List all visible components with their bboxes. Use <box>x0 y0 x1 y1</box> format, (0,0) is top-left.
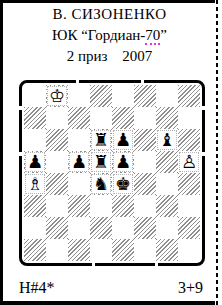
square-d4: ♞ <box>90 173 112 195</box>
frame-notch <box>19 106 22 110</box>
frame-notch <box>202 106 205 110</box>
square-c4 <box>68 173 90 195</box>
black-rook: ♜ <box>91 130 111 150</box>
stipulation-label: H#4* <box>19 279 55 297</box>
square-h5: ♙ <box>178 151 200 173</box>
frame-notch <box>155 263 158 266</box>
square-e2 <box>112 217 134 239</box>
square-d3 <box>90 195 112 217</box>
square-b4 <box>46 173 68 195</box>
square-h7 <box>178 107 200 129</box>
black-king: ♚ <box>113 174 133 194</box>
material-count: 3+9 <box>178 279 203 297</box>
square-f6 <box>134 129 156 151</box>
square-g4 <box>156 173 178 195</box>
square-c2 <box>68 217 90 239</box>
square-g3 <box>156 195 178 217</box>
square-d7 <box>90 107 112 129</box>
square-f2 <box>134 217 156 239</box>
square-a1 <box>24 239 46 261</box>
white-pawn: ♙ <box>179 152 199 172</box>
square-d2 <box>90 217 112 239</box>
square-a4: ♗ <box>24 173 46 195</box>
chess-board-grid: ♔♜♟♝♟♟♜♟♙♗♞♚ <box>24 85 200 261</box>
square-f1 <box>134 239 156 261</box>
square-g6: ♝ <box>156 129 178 151</box>
square-a7 <box>24 107 46 129</box>
author-name: В. СИЗОНЕНКО <box>3 5 216 23</box>
square-a8 <box>24 85 46 107</box>
page-border-left <box>0 0 3 305</box>
square-e6: ♟ <box>112 129 134 151</box>
square-h1 <box>178 239 200 261</box>
square-f5 <box>134 151 156 173</box>
prize-year-line: 2 приз 2007 <box>3 47 216 65</box>
spellcheck-underlined-text: 70 <box>145 27 160 45</box>
square-e8 <box>112 85 134 107</box>
square-e4: ♚ <box>112 173 134 195</box>
black-pawn: ♟ <box>25 152 45 172</box>
square-d6: ♜ <box>90 129 112 151</box>
frame-notch <box>202 152 205 156</box>
frame-notch <box>19 152 22 156</box>
square-e1 <box>112 239 134 261</box>
square-g2 <box>156 217 178 239</box>
square-h8 <box>178 85 200 107</box>
square-c5: ♟ <box>68 151 90 173</box>
chess-board: ♔♜♟♝♟♟♜♟♙♗♞♚ <box>19 80 205 266</box>
square-g1 <box>156 239 178 261</box>
square-b7 <box>46 107 68 129</box>
square-h3 <box>178 195 200 217</box>
square-c8 <box>68 85 90 107</box>
black-pawn: ♟ <box>113 130 133 150</box>
square-e3 <box>112 195 134 217</box>
square-g8 <box>156 85 178 107</box>
square-f4 <box>134 173 156 195</box>
white-bishop: ♗ <box>25 174 45 194</box>
frame-notch <box>76 80 79 83</box>
square-b3 <box>46 195 68 217</box>
square-a6 <box>24 129 46 151</box>
square-h2 <box>178 217 200 239</box>
square-a3 <box>24 195 46 217</box>
square-e7 <box>112 107 134 129</box>
square-g5 <box>156 151 178 173</box>
square-h6 <box>178 129 200 151</box>
problem-page: В. СИЗОНЕНКО ЮК “Гордиан-70” 2 приз 2007… <box>0 0 222 305</box>
caption-row: H#4* 3+9 <box>19 279 203 297</box>
square-b8: ♔ <box>46 85 68 107</box>
page-border-bottom <box>0 301 215 305</box>
square-a2 <box>24 217 46 239</box>
square-d1 <box>90 239 112 261</box>
square-b2 <box>46 217 68 239</box>
square-c7 <box>68 107 90 129</box>
page-border-top <box>0 0 215 3</box>
black-bishop: ♝ <box>157 130 177 150</box>
frame-notch <box>141 80 144 83</box>
tourney-close-quote: ” <box>160 27 167 43</box>
square-f8 <box>134 85 156 107</box>
square-c6 <box>68 129 90 151</box>
black-knight: ♞ <box>91 174 111 194</box>
square-f3 <box>134 195 156 217</box>
square-d5: ♜ <box>90 151 112 173</box>
square-b5 <box>46 151 68 173</box>
square-a5: ♟ <box>24 151 46 173</box>
square-d8 <box>90 85 112 107</box>
square-h4 <box>178 173 200 195</box>
square-c3 <box>68 195 90 217</box>
tourney-text: ЮК “Гордиан- <box>52 27 145 43</box>
square-f7 <box>134 107 156 129</box>
square-e5: ♟ <box>112 151 134 173</box>
dashed-cut-line <box>216 0 218 305</box>
black-pawn: ♟ <box>113 152 133 172</box>
black-rook: ♜ <box>91 152 111 172</box>
square-b1 <box>46 239 68 261</box>
square-g7 <box>156 107 178 129</box>
tourney-line: ЮК “Гордиан-70” <box>3 26 216 44</box>
frame-notch <box>92 263 95 266</box>
square-b6 <box>46 129 68 151</box>
black-pawn: ♟ <box>69 152 89 172</box>
white-king: ♔ <box>47 86 67 106</box>
square-c1 <box>68 239 90 261</box>
